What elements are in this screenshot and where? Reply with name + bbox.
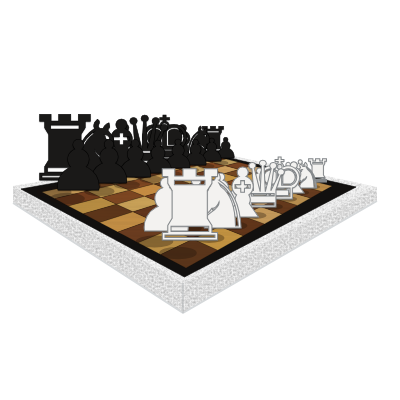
piece-white-rook-a1[interactable]: ♜ xyxy=(130,158,250,256)
chess-scene: ♜♞♟♝♟♟♚♟♛♟♝♟♟♞♜♟♟♜♞♟♟♝♟♚♟♛♟♝♟♞♟♜ xyxy=(0,0,400,400)
